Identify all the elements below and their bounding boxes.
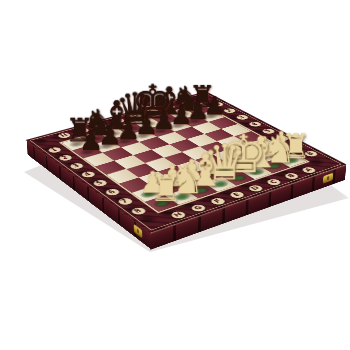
rank-label-4: 4 bbox=[78, 170, 98, 179]
file-label-h: H bbox=[167, 209, 189, 220]
square-h2[interactable]: ♟ bbox=[72, 145, 102, 158]
rank-label-3: 3 bbox=[233, 114, 251, 121]
scene: HGFEDCBA HGFEDCBA 12345678 12345678 ♜♞♝♛… bbox=[0, 0, 350, 350]
square-h8[interactable]: ♜ bbox=[145, 195, 179, 211]
rank-label-7: 7 bbox=[114, 197, 135, 207]
white-rook[interactable]: ♜ bbox=[142, 170, 191, 207]
black-pawn[interactable]: ♟ bbox=[69, 127, 113, 154]
brass-clasp-icon bbox=[323, 173, 334, 184]
rank-label-8: 8 bbox=[127, 206, 149, 217]
rank-label-1: 1 bbox=[45, 146, 64, 154]
chess-case: HGFEDCBA HGFEDCBA 12345678 12345678 ♜♞♝♛… bbox=[26, 91, 347, 233]
rank-label-6: 6 bbox=[102, 187, 123, 197]
rank-label-5: 5 bbox=[90, 179, 111, 189]
rank-label-2: 2 bbox=[55, 154, 74, 163]
rank-label-3: 3 bbox=[66, 162, 86, 171]
board-frame: HGFEDCBA HGFEDCBA 12345678 12345678 ♜♞♝♛… bbox=[26, 91, 347, 233]
